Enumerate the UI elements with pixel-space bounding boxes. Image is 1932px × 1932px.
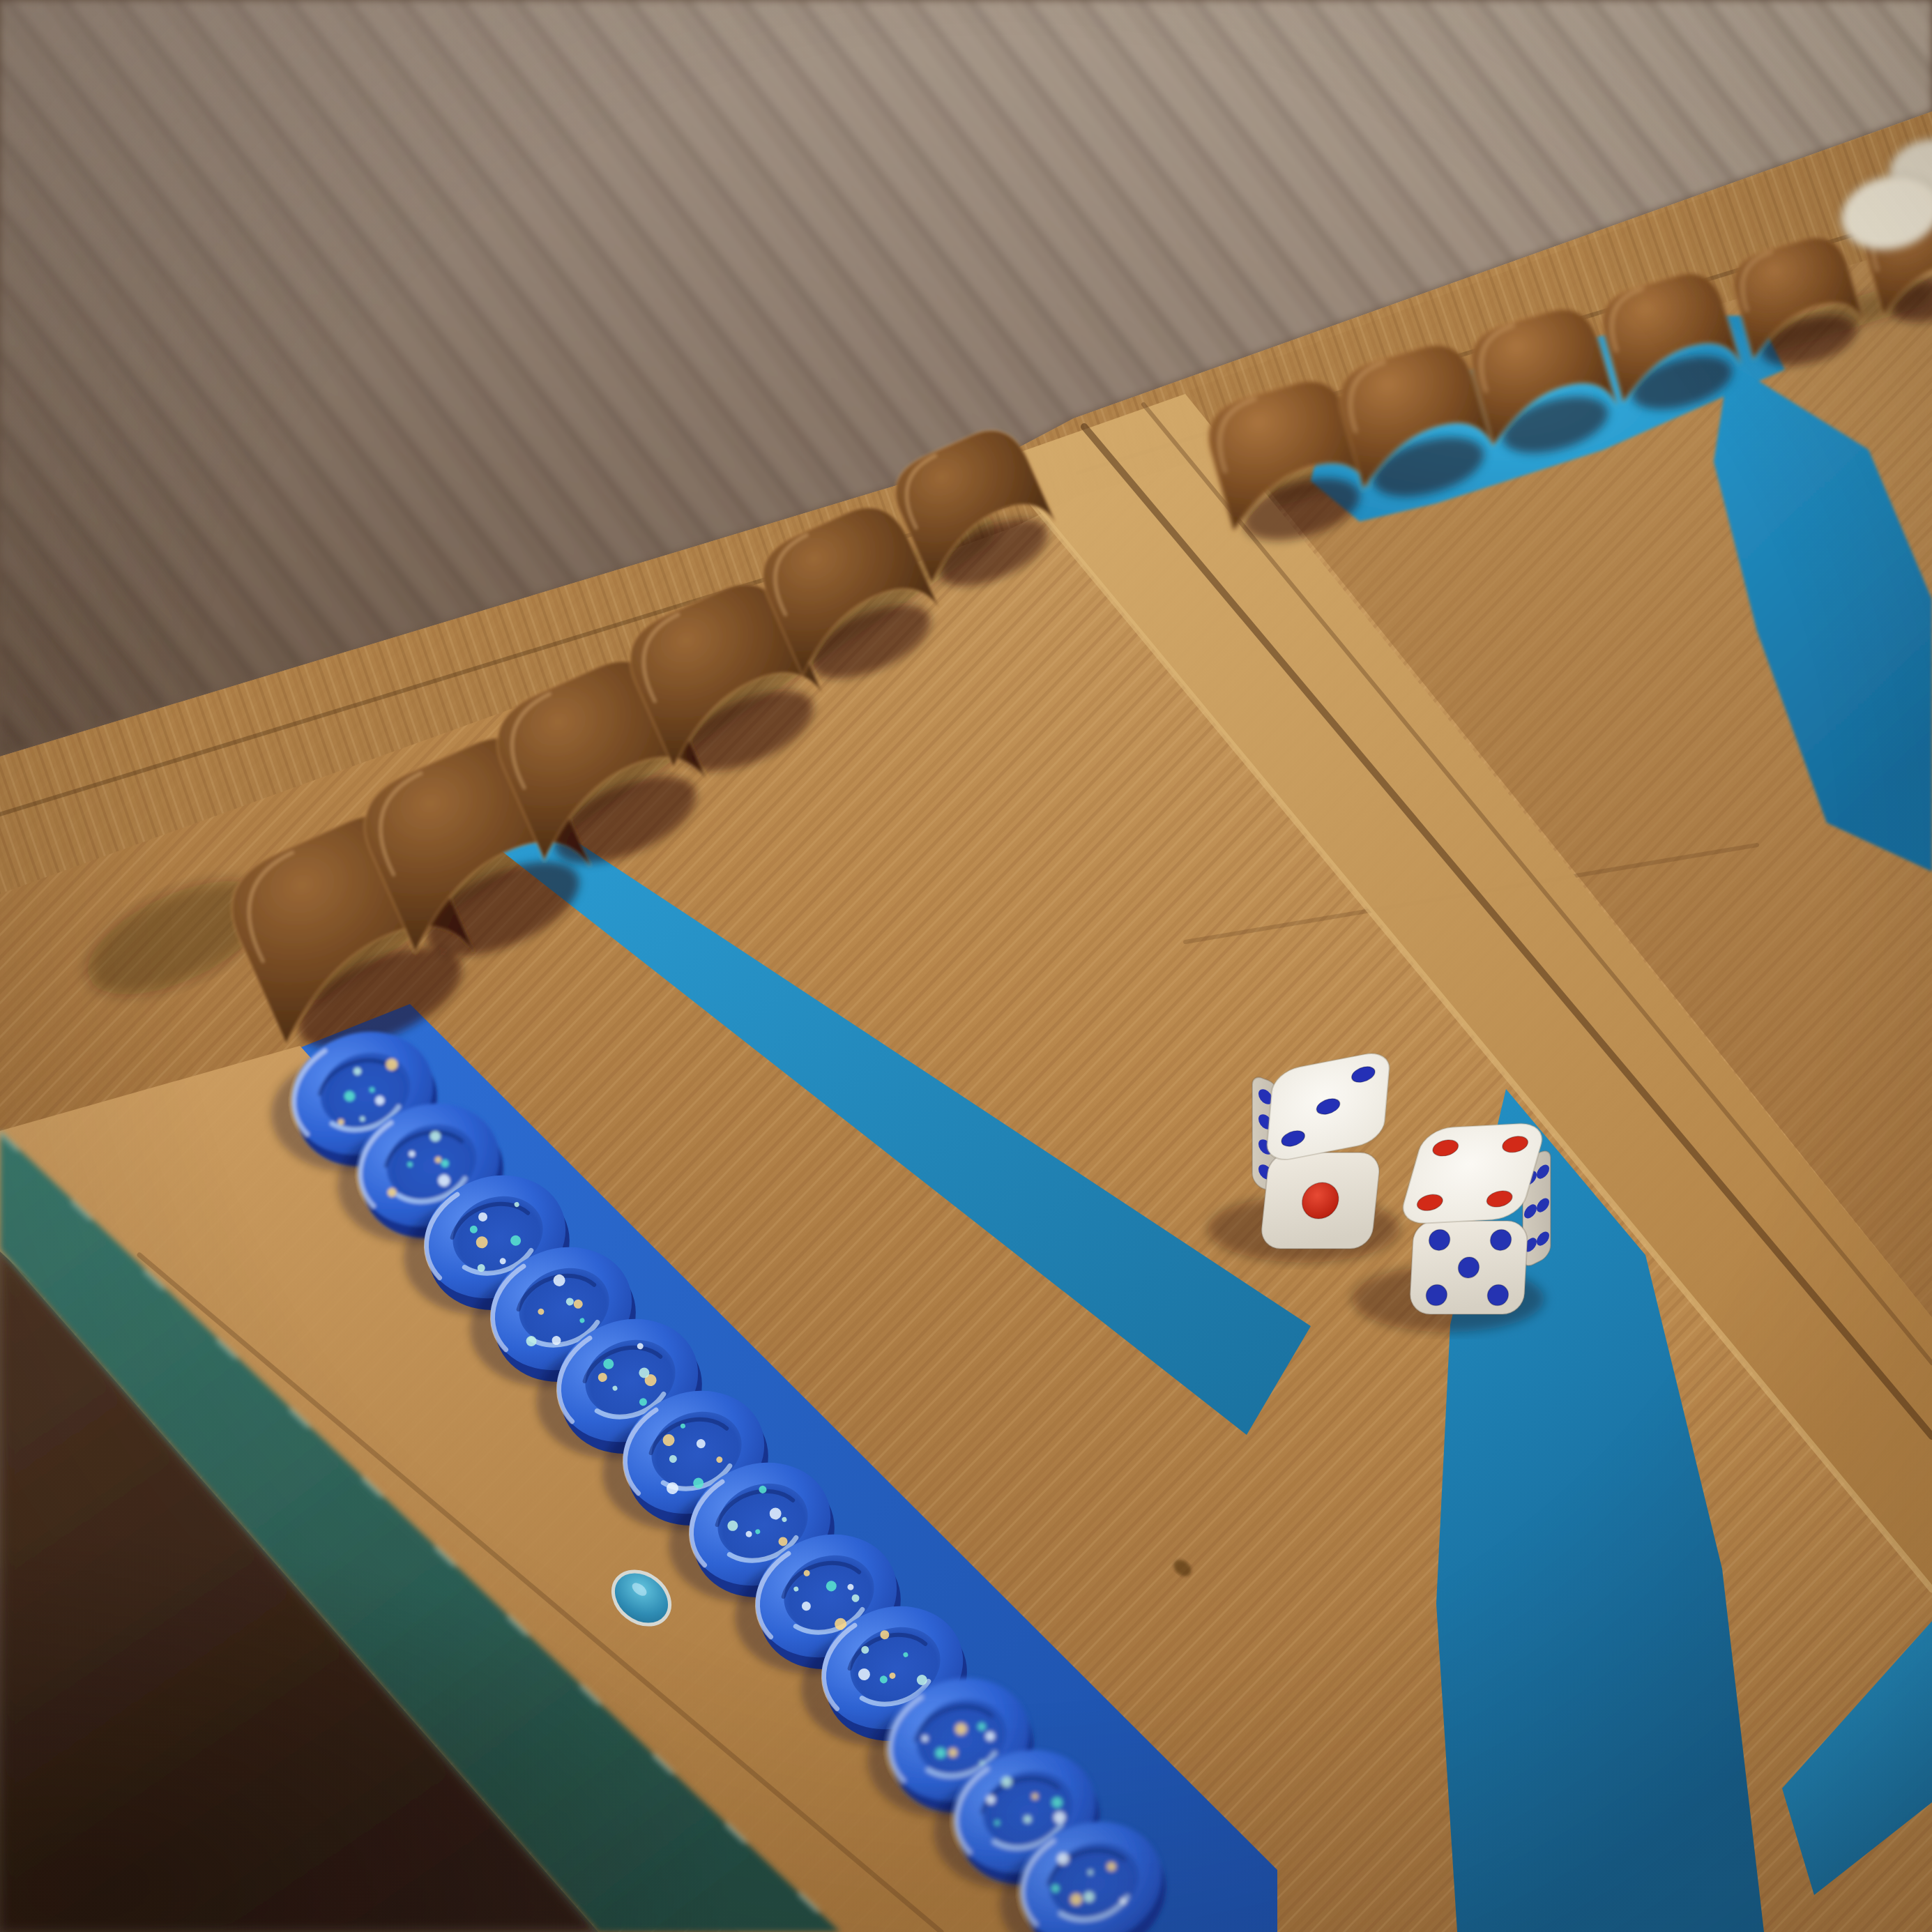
vignette-overlay [0, 0, 1932, 1932]
scene-svg [0, 0, 1932, 1932]
backgammon-board-photo [0, 0, 1932, 1932]
